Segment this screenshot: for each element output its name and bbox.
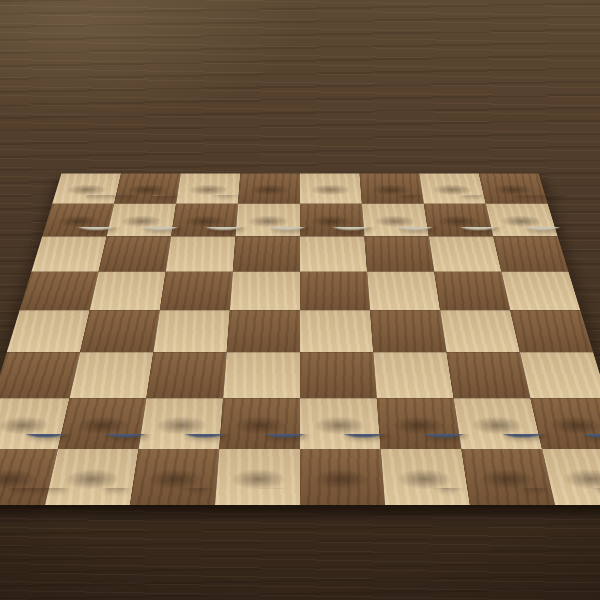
square-d5[interactable] xyxy=(300,310,373,352)
square-e5[interactable] xyxy=(227,310,300,352)
square-surface xyxy=(166,236,236,271)
square-surface xyxy=(367,272,440,310)
square-surface xyxy=(99,236,172,271)
sphere-pawn-shape xyxy=(330,188,372,227)
square-f8[interactable] xyxy=(130,449,219,505)
vase-bishop-shape xyxy=(425,417,464,488)
square-b8[interactable] xyxy=(461,449,555,505)
scene xyxy=(0,0,600,505)
square-a5[interactable] xyxy=(510,310,593,352)
square-surface xyxy=(80,310,160,352)
square-h3[interactable] xyxy=(31,236,106,271)
square-surface xyxy=(153,310,230,352)
square-surface xyxy=(20,272,99,310)
square-surface xyxy=(31,236,106,271)
sphere-pawn-shape xyxy=(202,188,244,227)
square-h4[interactable] xyxy=(20,272,99,310)
sphere-pawn-shape xyxy=(75,188,117,227)
scroll-knight-shape xyxy=(142,136,183,194)
square-surface xyxy=(227,310,300,352)
square-c8[interactable] xyxy=(381,449,470,505)
sphere-pawn-shape xyxy=(139,188,181,227)
vase-bishop-shape xyxy=(388,127,425,194)
square-surface xyxy=(90,272,166,310)
square-surface xyxy=(300,310,373,352)
square-d3[interactable] xyxy=(300,236,367,271)
square-a4[interactable] xyxy=(501,272,580,310)
scroll-knight-shape xyxy=(448,136,489,194)
square-e4[interactable] xyxy=(230,272,300,310)
vase-bishop-shape xyxy=(175,417,214,488)
scroll-knight-shape xyxy=(509,427,552,488)
square-b3[interactable] xyxy=(429,236,502,271)
square-surface xyxy=(370,310,447,352)
cone-queen-shape xyxy=(310,105,351,195)
square-e2[interactable] xyxy=(236,204,300,237)
square-surface xyxy=(501,272,580,310)
square-surface xyxy=(300,272,370,310)
square-a3[interactable] xyxy=(493,236,568,271)
cube-rook-shape xyxy=(7,444,62,487)
square-g5[interactable] xyxy=(80,310,160,352)
scroll-knight-shape xyxy=(91,427,134,488)
square-g3[interactable] xyxy=(99,236,172,271)
square-surface xyxy=(160,272,233,310)
sphere-pawn-shape xyxy=(266,188,308,227)
sphere-pawn-shape xyxy=(260,390,307,433)
sphere-pawn-shape xyxy=(521,188,563,227)
sphere-pawn-shape xyxy=(457,188,499,227)
cube-rook-shape xyxy=(593,444,600,487)
square-d4[interactable] xyxy=(300,272,370,310)
square-h2[interactable] xyxy=(42,204,114,237)
square-surface xyxy=(440,310,520,352)
sphere-pawn-shape xyxy=(393,188,435,227)
square-surface xyxy=(510,310,593,352)
square-f4[interactable] xyxy=(160,272,233,310)
square-f2[interactable] xyxy=(171,204,238,237)
square-d2[interactable] xyxy=(300,204,364,237)
square-surface xyxy=(7,310,90,352)
vase-bishop-shape xyxy=(204,127,241,194)
chess-board xyxy=(0,174,600,505)
square-f3[interactable] xyxy=(166,236,236,271)
square-surface xyxy=(429,236,502,271)
square-f5[interactable] xyxy=(153,310,230,352)
square-d8[interactable] xyxy=(300,449,385,505)
sphere-pawn-shape xyxy=(578,390,600,433)
square-c3[interactable] xyxy=(364,236,434,271)
square-c5[interactable] xyxy=(370,310,447,352)
square-surface xyxy=(300,236,367,271)
square-surface xyxy=(434,272,510,310)
square-e3[interactable] xyxy=(233,236,300,271)
sphere-pawn-shape xyxy=(22,390,69,433)
square-e8[interactable] xyxy=(215,449,300,505)
square-b5[interactable] xyxy=(440,310,520,352)
square-h5[interactable] xyxy=(7,310,90,352)
square-c2[interactable] xyxy=(362,204,429,237)
square-surface xyxy=(364,236,434,271)
pyramid-king-shape xyxy=(251,101,288,195)
square-c4[interactable] xyxy=(367,272,440,310)
square-b4[interactable] xyxy=(434,272,510,310)
square-surface xyxy=(493,236,568,271)
square-g4[interactable] xyxy=(90,272,166,310)
board-photo xyxy=(0,0,600,600)
square-surface xyxy=(233,236,300,271)
square-surface xyxy=(230,272,300,310)
